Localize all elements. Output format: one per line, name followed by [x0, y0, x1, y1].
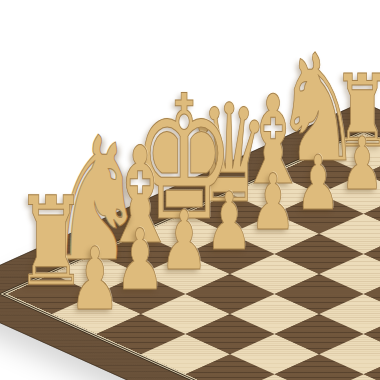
- board-squares: [7, 134, 380, 380]
- chess-board: [0, 102, 380, 380]
- chess-set-photo: ♜♞♝♚♛♝♞♜♟♟♟♟♟♟♟♟: [0, 0, 380, 380]
